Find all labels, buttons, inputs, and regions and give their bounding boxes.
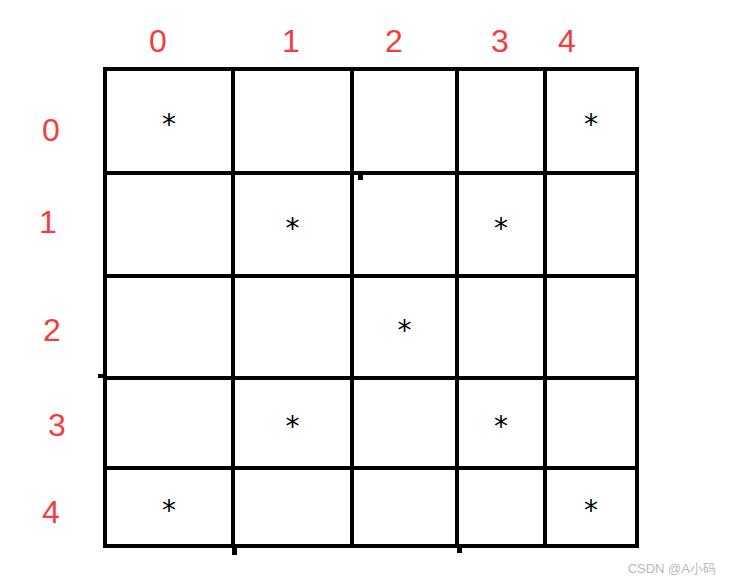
stray-line-tick-left [98, 374, 104, 378]
cell-2-0 [103, 274, 231, 376]
cell-4-3 [455, 466, 543, 548]
stray-line-tick-bottom-col3 [457, 548, 462, 553]
stray-line-tick-bottom-col1 [232, 548, 237, 555]
cell-0-1 [231, 67, 350, 171]
col-label-0: 0 [149, 25, 167, 57]
diagram-canvas: 0 1 2 3 4 0 1 2 3 4 ********* CSDN @A小码 [0, 0, 729, 587]
cell-2-2: * [350, 274, 455, 376]
cell-2-1 [231, 274, 350, 376]
cell-3-3: * [455, 376, 543, 466]
cell-3-1: * [231, 376, 350, 466]
row-label-0: 0 [42, 114, 60, 146]
asterisk-glyph: * [494, 215, 508, 243]
cell-3-4 [543, 376, 639, 466]
cell-1-2 [350, 171, 455, 274]
stray-dot-mark [358, 175, 363, 180]
asterisk-glyph: * [584, 111, 598, 139]
cell-4-2 [350, 466, 455, 548]
cell-0-2 [350, 67, 455, 171]
asterisk-glyph: * [162, 497, 176, 525]
cell-0-4: * [543, 67, 639, 171]
col-label-1: 1 [282, 25, 300, 57]
asterisk-glyph: * [494, 413, 508, 441]
asterisk-glyph: * [584, 497, 598, 525]
asterisk-glyph: * [162, 111, 176, 139]
grid-board: ********* [103, 67, 639, 548]
asterisk-glyph: * [398, 317, 412, 345]
cell-2-3 [455, 274, 543, 376]
cell-2-4 [543, 274, 639, 376]
asterisk-glyph: * [286, 413, 300, 441]
cell-1-4 [543, 171, 639, 274]
cell-3-2 [350, 376, 455, 466]
cell-1-0 [103, 171, 231, 274]
cell-0-0: * [103, 67, 231, 171]
row-label-4: 4 [42, 496, 60, 528]
col-label-3: 3 [491, 25, 509, 57]
row-label-1: 1 [39, 206, 57, 238]
cell-4-1 [231, 466, 350, 548]
cell-1-3: * [455, 171, 543, 274]
row-label-3: 3 [48, 409, 66, 441]
cell-4-0: * [103, 466, 231, 548]
cell-3-0 [103, 376, 231, 466]
row-label-2: 2 [43, 314, 61, 346]
cell-4-4: * [543, 466, 639, 548]
col-label-4: 4 [558, 25, 576, 57]
cell-0-3 [455, 67, 543, 171]
cell-1-1: * [231, 171, 350, 274]
asterisk-glyph: * [286, 215, 300, 243]
watermark: CSDN @A小码 [628, 562, 716, 576]
col-label-2: 2 [385, 25, 403, 57]
